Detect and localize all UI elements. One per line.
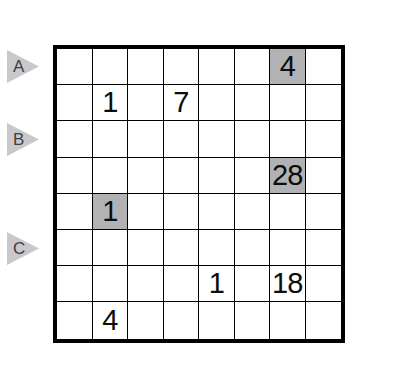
cell-r8c2[interactable]: 4 (93, 302, 129, 338)
cell-r5c1[interactable] (57, 194, 93, 230)
cell-r4c6[interactable] (235, 158, 271, 194)
cell-r2c5[interactable] (199, 85, 235, 121)
cell-r5c7[interactable] (270, 194, 306, 230)
cell-r8c1[interactable] (57, 302, 93, 338)
cell-r1c2[interactable] (93, 49, 129, 85)
cell-r8c7[interactable] (270, 302, 306, 338)
cell-r3c2[interactable] (93, 121, 129, 157)
cell-r7c6[interactable] (235, 266, 271, 302)
cell-r6c7[interactable] (270, 230, 306, 266)
cell-r3c5[interactable] (199, 121, 235, 157)
row-marker-label: B (13, 130, 24, 150)
cell-r6c1[interactable] (57, 230, 93, 266)
cell-r2c1[interactable] (57, 85, 93, 121)
cell-r2c4[interactable]: 7 (164, 85, 200, 121)
cell-r8c4[interactable] (164, 302, 200, 338)
cell-r1c8[interactable] (306, 49, 342, 85)
cell-r5c4[interactable] (164, 194, 200, 230)
cell-r4c8[interactable] (306, 158, 342, 194)
cell-r1c5[interactable] (199, 49, 235, 85)
cell-r2c3[interactable] (128, 85, 164, 121)
cell-r1c7[interactable]: 4 (270, 49, 306, 85)
cell-r8c3[interactable] (128, 302, 164, 338)
row-marker-b: B (7, 123, 39, 156)
cell-r7c5[interactable]: 1 (199, 266, 235, 302)
cell-r7c1[interactable] (57, 266, 93, 302)
cell-r3c6[interactable] (235, 121, 271, 157)
row-marker-c: C (7, 232, 39, 265)
cell-r8c8[interactable] (306, 302, 342, 338)
cell-r4c3[interactable] (128, 158, 164, 194)
cell-r1c4[interactable] (164, 49, 200, 85)
cell-r2c2[interactable]: 1 (93, 85, 129, 121)
cell-r7c2[interactable] (93, 266, 129, 302)
cell-r2c6[interactable] (235, 85, 271, 121)
cell-r8c6[interactable] (235, 302, 271, 338)
cell-r6c3[interactable] (128, 230, 164, 266)
cell-r3c7[interactable] (270, 121, 306, 157)
cell-r4c2[interactable] (93, 158, 129, 194)
cell-r1c1[interactable] (57, 49, 93, 85)
cell-r3c3[interactable] (128, 121, 164, 157)
cell-r4c4[interactable] (164, 158, 200, 194)
cell-r4c5[interactable] (199, 158, 235, 194)
cell-r5c2[interactable]: 1 (93, 194, 129, 230)
cell-r1c3[interactable] (128, 49, 164, 85)
cell-r5c6[interactable] (235, 194, 271, 230)
row-marker-label: C (13, 239, 25, 259)
cell-r1c6[interactable] (235, 49, 271, 85)
cell-r6c5[interactable] (199, 230, 235, 266)
cell-r7c7[interactable]: 18 (270, 266, 306, 302)
cell-r6c6[interactable] (235, 230, 271, 266)
cell-r6c4[interactable] (164, 230, 200, 266)
cell-r4c1[interactable] (57, 158, 93, 194)
cell-r6c2[interactable] (93, 230, 129, 266)
cell-r2c7[interactable] (270, 85, 306, 121)
cell-r7c3[interactable] (128, 266, 164, 302)
cell-r5c8[interactable] (306, 194, 342, 230)
puzzle-board: 4172811184 (53, 45, 345, 343)
cell-r4c7[interactable]: 28 (270, 158, 306, 194)
cell-r8c5[interactable] (199, 302, 235, 338)
cell-r6c8[interactable] (306, 230, 342, 266)
cell-r3c8[interactable] (306, 121, 342, 157)
cell-r3c1[interactable] (57, 121, 93, 157)
cell-r3c4[interactable] (164, 121, 200, 157)
cell-r2c8[interactable] (306, 85, 342, 121)
row-marker-label: A (13, 57, 24, 77)
cell-r7c4[interactable] (164, 266, 200, 302)
cell-r7c8[interactable] (306, 266, 342, 302)
cell-r5c5[interactable] (199, 194, 235, 230)
row-marker-a: A (7, 50, 39, 83)
cell-r5c3[interactable] (128, 194, 164, 230)
puzzle-canvas: A B C 4172811184 (0, 0, 396, 389)
